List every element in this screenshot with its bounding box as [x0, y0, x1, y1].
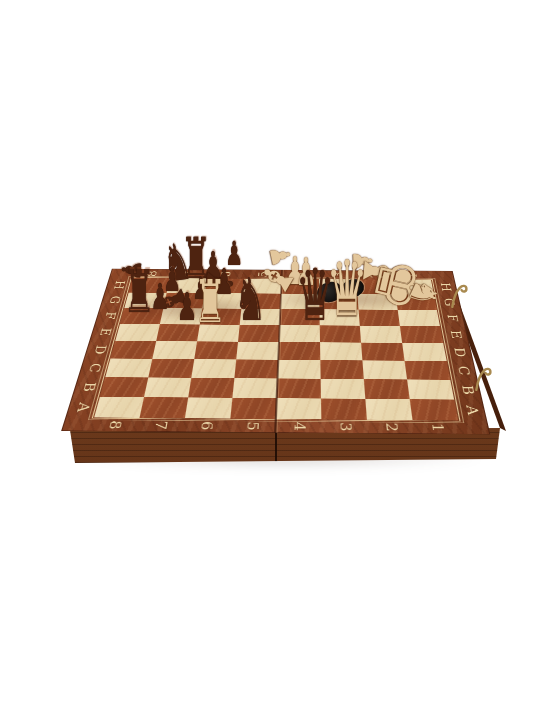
square-g7 [163, 293, 204, 309]
square-g6 [202, 293, 243, 309]
rank-label-near-8: 8 [106, 420, 123, 429]
square-a2 [365, 399, 412, 420]
square-c5 [234, 359, 278, 378]
file-label-right-A: A [463, 405, 479, 415]
rank-label-far-7: 7 [182, 271, 195, 277]
file-label-right-C: C [455, 366, 471, 376]
file-label-right-D: D [451, 347, 466, 357]
square-c1 [405, 361, 451, 380]
square-c4 [277, 360, 320, 379]
rank-label-far-3: 3 [332, 272, 344, 278]
rank-label-far-8: 8 [145, 270, 158, 276]
square-g5 [241, 293, 281, 309]
square-b2 [364, 379, 410, 399]
square-d8 [110, 341, 156, 359]
file-label-right-E: E [448, 331, 463, 339]
file-label-left-D: D [91, 345, 107, 355]
chess-piece-light-pawn-3: ♟ [265, 243, 295, 269]
chess-piece-dark-pawn-5: ♟ [225, 237, 243, 270]
square-f7 [160, 308, 202, 324]
square-h3 [319, 279, 357, 294]
rank-label-far-6: 6 [220, 271, 233, 277]
rank-label-near-5: 5 [245, 421, 260, 430]
file-label-left-B: B [80, 382, 97, 392]
square-b1 [407, 379, 454, 399]
square-f5 [240, 309, 281, 325]
file-label-left-H: H [111, 281, 125, 290]
board-frame: 8765432187654321HGFEDCBAHGFEDCBA [61, 269, 490, 435]
square-e7 [156, 324, 200, 341]
square-b4 [277, 378, 321, 398]
square-d7 [152, 341, 197, 359]
square-c2 [362, 360, 407, 379]
square-e3 [320, 325, 361, 342]
square-e6 [197, 325, 240, 342]
square-a6 [185, 397, 233, 418]
square-e2 [360, 326, 402, 343]
square-a4 [276, 398, 322, 419]
file-label-left-A: A [74, 402, 91, 412]
square-a1 [410, 399, 458, 420]
square-a3 [321, 398, 367, 419]
square-e8 [115, 324, 160, 341]
rank-label-near-7: 7 [152, 420, 168, 429]
square-b8 [100, 377, 148, 397]
square-b5 [232, 378, 277, 398]
square-f2 [359, 310, 400, 326]
square-b6 [188, 378, 234, 398]
square-d1 [402, 343, 447, 361]
square-g2 [357, 294, 397, 310]
square-g1 [396, 294, 437, 310]
front-fold-seam [275, 428, 277, 462]
rank-label-far-4: 4 [294, 271, 306, 277]
brass-hook-icon [446, 282, 472, 313]
square-c6 [191, 359, 236, 378]
square-b7 [144, 377, 191, 397]
square-e4 [279, 325, 320, 342]
rank-label-near-6: 6 [198, 421, 214, 430]
square-e1 [400, 326, 443, 343]
square-d2 [361, 343, 404, 361]
square-a7 [140, 397, 189, 418]
brass-hook-icon [470, 365, 496, 396]
square-d5 [236, 342, 279, 360]
rank-label-near-1: 1 [429, 423, 445, 432]
square-f8 [120, 308, 163, 324]
rank-label-near-4: 4 [291, 422, 306, 431]
square-f6 [200, 308, 242, 324]
square-c7 [148, 359, 194, 378]
rank-label-near-3: 3 [337, 422, 352, 431]
chess-piece-light-pawn-4: ♟ [349, 250, 376, 272]
square-b3 [321, 379, 366, 399]
square-h7 [167, 278, 207, 293]
square-a5 [230, 398, 276, 419]
square-c8 [105, 358, 152, 377]
square-h4 [281, 279, 319, 294]
file-label-left-G: G [107, 296, 122, 304]
square-h2 [356, 279, 395, 294]
rank-label-near-2: 2 [383, 422, 399, 431]
square-d4 [278, 342, 320, 360]
square-h1 [394, 280, 434, 295]
chess-board: 8765432187654321HGFEDCBAHGFEDCBA [61, 269, 490, 435]
file-label-left-E: E [97, 328, 112, 336]
file-label-left-C: C [86, 363, 102, 373]
square-f4 [280, 309, 320, 325]
square-e5 [238, 325, 280, 342]
file-label-left-F: F [102, 312, 117, 320]
square-g8 [124, 293, 166, 309]
rank-label-far-5: 5 [257, 271, 269, 277]
square-c3 [320, 360, 364, 379]
square-h6 [205, 278, 245, 293]
square-g4 [280, 294, 319, 310]
square-a8 [94, 397, 144, 418]
rank-label-far-2: 2 [369, 272, 381, 278]
square-g3 [319, 294, 358, 310]
square-d6 [194, 341, 238, 359]
square-h8 [129, 278, 170, 293]
square-d3 [320, 342, 362, 360]
square-f1 [398, 310, 440, 326]
rank-label-far-1: 1 [406, 272, 419, 278]
file-label-right-F: F [444, 314, 458, 322]
square-f3 [319, 309, 359, 325]
square-h5 [243, 279, 282, 294]
product-photo: 8765432187654321HGFEDCBAHGFEDCBA ♟♜♞♜♟♟♟… [0, 0, 540, 720]
